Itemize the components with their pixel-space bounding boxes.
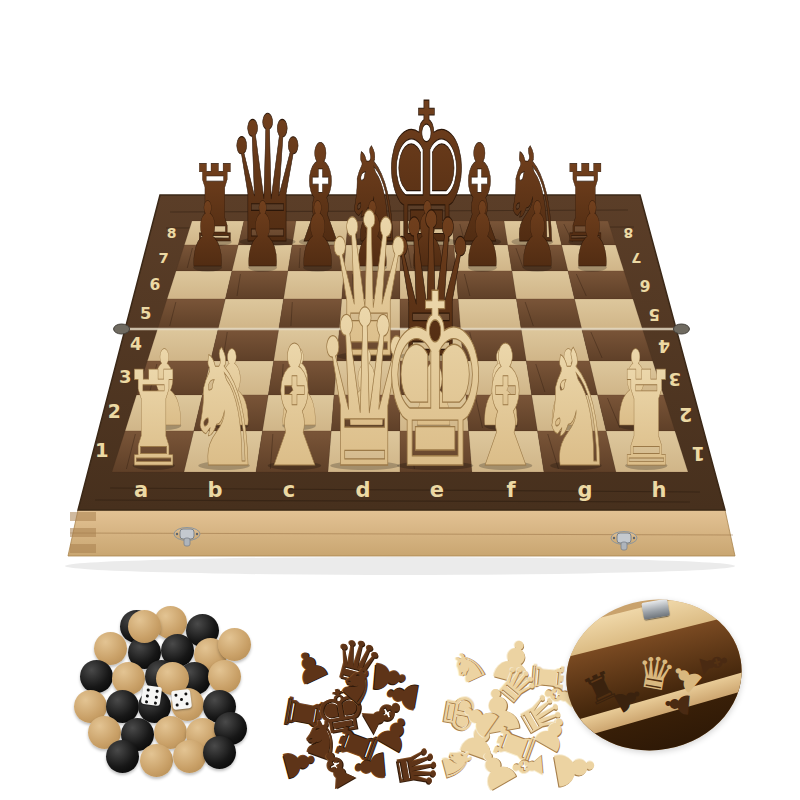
die-icon xyxy=(141,685,162,706)
rank-label-left-7: 7 xyxy=(158,249,168,266)
rank-label-left-5: 5 xyxy=(140,304,151,323)
light-rook-h1: ♜ xyxy=(616,343,677,496)
rank-label-right-6: 6 xyxy=(639,276,650,294)
rank-label-right-1: 1 xyxy=(691,442,705,465)
wood-checker-piece xyxy=(208,660,241,693)
finger-joint xyxy=(70,512,96,521)
light-pieces-pile-photo: ♞♟♜♚♟♛♝♟♜♟♞♟♝♟♛♟ xyxy=(408,600,568,765)
light-rook-a1: ♜ xyxy=(123,343,184,496)
black-checker-piece xyxy=(203,736,236,769)
dark-pawn-g7: ♟ xyxy=(516,184,558,288)
finger-joint xyxy=(70,544,96,553)
rank-label-right-7: 7 xyxy=(631,250,641,267)
wood-checker-piece xyxy=(173,740,206,773)
die-icon xyxy=(171,689,192,710)
side-hinge-icon xyxy=(673,324,689,334)
dark-pawn-a7: ♟ xyxy=(187,184,229,288)
side-hinge-icon xyxy=(114,324,130,334)
light-bishop-f1: ♝ xyxy=(467,309,545,503)
light-knight-g1: ♞ xyxy=(538,315,613,502)
light-knight-b1: ♞ xyxy=(186,315,261,502)
rank-label-left-8: 8 xyxy=(167,225,177,241)
wood-checker-piece xyxy=(128,610,161,643)
rank-label-right-5: 5 xyxy=(649,305,660,324)
folded-box-with-pieces-photo: ♛♟♟♜♝♟ xyxy=(554,586,753,764)
box-shadow xyxy=(65,557,735,575)
checkers-and-dice-photo xyxy=(68,598,253,766)
dark-pawn-b7: ♟ xyxy=(242,184,284,288)
rank-label-right-8: 8 xyxy=(624,225,634,241)
wood-checker-piece xyxy=(218,628,251,661)
rank-label-left-2: 2 xyxy=(108,401,121,422)
dark-pawn-h7: ♟ xyxy=(571,184,613,288)
rank-label-left-1: 1 xyxy=(95,439,109,462)
pile-piece-pawn: ♟ xyxy=(545,741,604,796)
rank-label-right-2: 2 xyxy=(679,404,692,425)
rank-label-left-6: 6 xyxy=(150,276,161,294)
finger-joint xyxy=(70,528,96,537)
black-checker-piece xyxy=(80,660,113,693)
chess-set-product-photo: 8877665544332211abcdefgh♜♛♝♞♚♝♞♜♟♟♟♟♟♟♟♟… xyxy=(0,0,800,800)
boxed-piece-pawn: ♟ xyxy=(661,689,695,720)
black-checker-piece xyxy=(106,740,139,773)
dark-pieces-pile-photo: ♟♛♟♜♚♝♟♞♜♟♟♝♟♛♞ xyxy=(250,600,410,765)
wood-checker-piece xyxy=(140,744,173,777)
chess-board-photo: 8877665544332211abcdefgh♜♛♝♞♚♝♞♜♟♟♟♟♟♟♟♟… xyxy=(0,0,800,595)
